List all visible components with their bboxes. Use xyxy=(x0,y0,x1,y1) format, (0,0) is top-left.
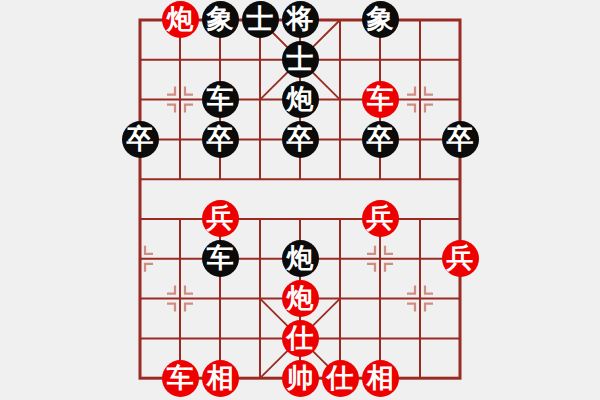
red-cannon[interactable]: 炮 xyxy=(282,280,319,317)
black-general[interactable]: 将 xyxy=(282,1,319,38)
red-soldier[interactable]: 兵 xyxy=(202,200,239,237)
black-cannon[interactable]: 炮 xyxy=(282,240,319,277)
black-advisor[interactable]: 士 xyxy=(242,1,279,38)
red-chariot[interactable]: 车 xyxy=(162,360,199,397)
black-soldier[interactable]: 卒 xyxy=(362,121,399,158)
red-elephant[interactable]: 相 xyxy=(362,360,399,397)
black-advisor[interactable]: 士 xyxy=(282,41,319,78)
black-elephant[interactable]: 象 xyxy=(202,1,239,38)
xiangqi-board-screenshot: 炮象士将象士车炮车卒卒卒卒卒兵兵车炮兵炮仕车相帅仕相 xyxy=(0,0,600,400)
red-cannon[interactable]: 炮 xyxy=(162,1,199,38)
black-soldier[interactable]: 卒 xyxy=(442,121,479,158)
black-soldier[interactable]: 卒 xyxy=(282,121,319,158)
red-soldier[interactable]: 兵 xyxy=(362,200,399,237)
red-chariot[interactable]: 车 xyxy=(362,81,399,118)
black-elephant[interactable]: 象 xyxy=(362,1,399,38)
black-chariot[interactable]: 车 xyxy=(202,240,239,277)
black-chariot[interactable]: 车 xyxy=(202,81,239,118)
red-general[interactable]: 帅 xyxy=(282,360,319,397)
xiangqi-board: 炮象士将象士车炮车卒卒卒卒卒兵兵车炮兵炮仕车相帅仕相 xyxy=(120,0,480,398)
red-elephant[interactable]: 相 xyxy=(202,360,239,397)
red-advisor[interactable]: 仕 xyxy=(322,360,359,397)
red-advisor[interactable]: 仕 xyxy=(282,320,319,357)
black-soldier[interactable]: 卒 xyxy=(122,121,159,158)
black-cannon[interactable]: 炮 xyxy=(282,81,319,118)
red-soldier[interactable]: 兵 xyxy=(442,240,479,277)
black-soldier[interactable]: 卒 xyxy=(202,121,239,158)
